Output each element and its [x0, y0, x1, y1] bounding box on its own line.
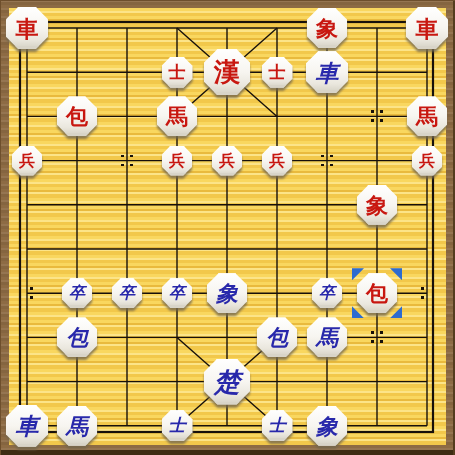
point-marker — [321, 155, 324, 158]
piece-glyph-blue-chariot: 車 — [6, 405, 48, 447]
point-marker — [130, 164, 133, 167]
point-marker — [330, 164, 333, 167]
piece-glyph-blue-guard: 士 — [262, 410, 293, 441]
point-marker — [380, 110, 383, 113]
piece-glyph-red-horse: 馬 — [157, 96, 197, 136]
point-marker — [371, 119, 374, 122]
piece-glyph-red-horse: 馬 — [407, 96, 447, 136]
piece-glyph-blue-soldier: 卒 — [312, 278, 342, 308]
point-marker — [330, 155, 333, 158]
piece-glyph-red-general: 漢 — [204, 49, 250, 95]
piece-glyph-blue-cannon: 包 — [57, 317, 97, 357]
point-marker — [321, 164, 324, 167]
piece-glyph-red-soldier: 兵 — [12, 146, 42, 176]
piece-glyph-blue-chariot: 車 — [306, 51, 348, 93]
piece-glyph-red-elephant: 象 — [357, 185, 397, 225]
point-marker — [371, 110, 374, 113]
point-marker — [380, 340, 383, 343]
point-marker — [130, 155, 133, 158]
piece-glyph-red-chariot: 車 — [6, 7, 48, 49]
point-marker — [380, 119, 383, 122]
piece-glyph-blue-elephant: 象 — [307, 406, 347, 446]
piece-glyph-red-cannon: 包 — [57, 96, 97, 136]
piece-glyph-blue-horse: 馬 — [307, 317, 347, 357]
piece-glyph-red-soldier: 兵 — [212, 146, 242, 176]
piece-glyph-red-guard: 士 — [262, 57, 293, 88]
point-marker — [380, 331, 383, 334]
point-marker — [421, 296, 424, 299]
piece-glyph-red-cannon: 包 — [357, 273, 397, 313]
piece-glyph-blue-soldier: 卒 — [62, 278, 92, 308]
point-marker — [371, 340, 374, 343]
piece-glyph-blue-guard: 士 — [162, 410, 193, 441]
piece-glyph-blue-horse: 馬 — [57, 406, 97, 446]
piece-glyph-blue-elephant: 象 — [207, 273, 247, 313]
point-marker — [121, 155, 124, 158]
piece-glyph-blue-general: 楚 — [204, 359, 250, 405]
piece-glyph-blue-soldier: 卒 — [112, 278, 142, 308]
piece-glyph-red-elephant: 象 — [307, 8, 347, 48]
point-marker — [30, 287, 33, 290]
point-marker — [30, 296, 33, 299]
point-marker — [371, 331, 374, 334]
janggi-board[interactable]: 車象車士漢士車包馬馬兵兵兵兵兵象卒卒卒象卒包包包馬楚車馬士士象 — [0, 0, 455, 455]
piece-glyph-red-soldier: 兵 — [262, 146, 292, 176]
piece-glyph-blue-soldier: 卒 — [162, 278, 192, 308]
point-marker — [421, 287, 424, 290]
piece-glyph-red-soldier: 兵 — [162, 146, 192, 176]
piece-glyph-red-soldier: 兵 — [412, 146, 442, 176]
piece-glyph-blue-cannon: 包 — [257, 317, 297, 357]
point-marker — [121, 164, 124, 167]
piece-glyph-red-guard: 士 — [162, 57, 193, 88]
piece-glyph-red-chariot: 車 — [406, 7, 448, 49]
